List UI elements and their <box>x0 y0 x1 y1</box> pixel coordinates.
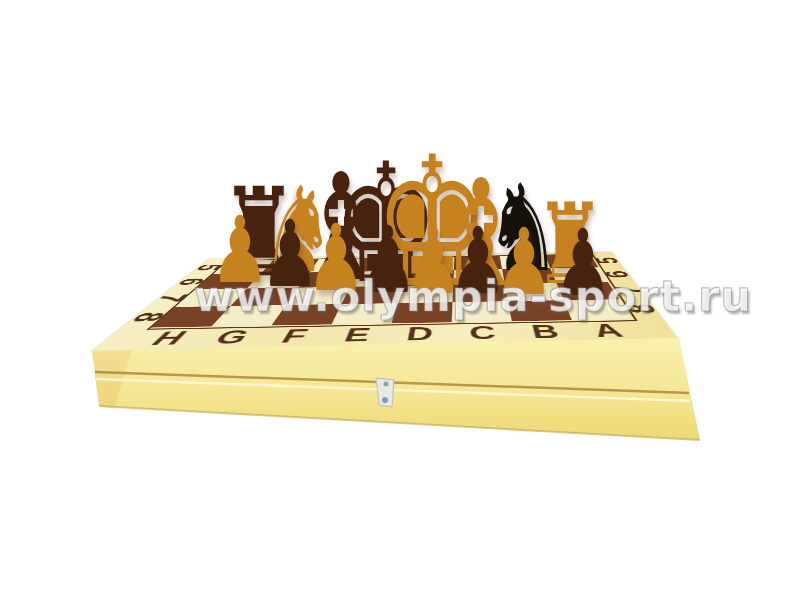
square-e5 <box>358 258 410 272</box>
watermark: www.olympia-sport.ru <box>194 271 752 321</box>
rank-label-right-5: 5 <box>586 256 627 265</box>
file-label-d: D <box>386 322 452 346</box>
product-photo-scene: 55667788HGFEDCBA ♜♞♝♚♚♝♞♜♟♟♟♟♟♟♟♟ www.ol… <box>0 0 800 600</box>
box-left-corner-tint <box>92 350 132 409</box>
file-label-c: C <box>451 321 516 344</box>
square-c5 <box>454 256 502 270</box>
square-b5 <box>500 255 551 269</box>
box-bottom-edge <box>99 406 700 440</box>
file-label-a: A <box>572 319 646 342</box>
file-label-e: E <box>320 323 391 347</box>
file-label-b: B <box>512 320 581 343</box>
square-d5 <box>406 257 455 271</box>
